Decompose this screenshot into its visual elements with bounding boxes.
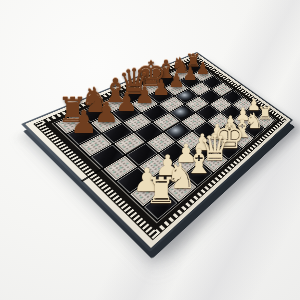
product-photo-background: ♜♞♝♛♚♝♞♜♟♟♟♟♟♟♟♟♟♟♟♟♟♟♟♟♜♞♝♛♚♝♞♜: [0, 0, 300, 300]
piece-black-pawn-h7[interactable]: ♟: [196, 61, 210, 77]
piece-black-pawn-e7[interactable]: ♟: [152, 78, 170, 99]
piece-black-pawn-a7[interactable]: ♟: [70, 107, 98, 138]
piece-white-rook-a1[interactable]: ♜: [145, 174, 177, 210]
piece-black-pawn-f7[interactable]: ♟: [168, 72, 185, 91]
